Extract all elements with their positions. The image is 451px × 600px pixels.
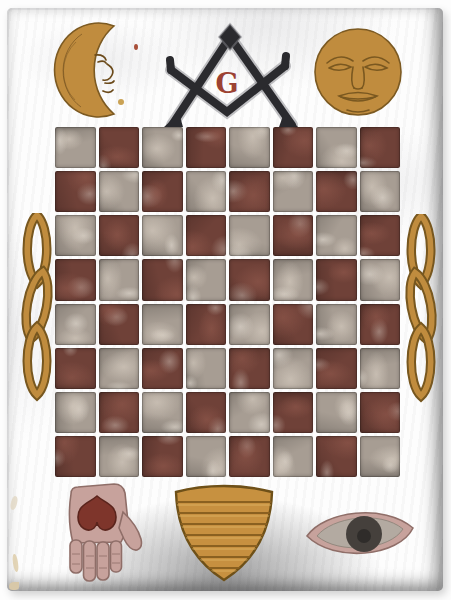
game-board-plaque: G [7, 8, 443, 591]
board-square[interactable] [186, 392, 227, 433]
board-square[interactable] [55, 171, 96, 212]
board-square[interactable] [229, 259, 270, 300]
crescent-moon-icon [52, 20, 130, 120]
board-square[interactable] [229, 171, 270, 212]
board-square[interactable] [316, 436, 357, 477]
board-square[interactable] [142, 348, 183, 389]
board-square[interactable] [55, 304, 96, 345]
board-square[interactable] [99, 348, 140, 389]
board-square[interactable] [273, 215, 314, 256]
board-square[interactable] [273, 259, 314, 300]
board-square[interactable] [273, 304, 314, 345]
board-square[interactable] [99, 392, 140, 433]
photo-canvas: G [0, 0, 451, 600]
board-square[interactable] [55, 392, 96, 433]
board-square[interactable] [142, 304, 183, 345]
board-square[interactable] [360, 436, 401, 477]
board-square[interactable] [229, 348, 270, 389]
board-square[interactable] [273, 171, 314, 212]
wear-mark [134, 44, 138, 50]
moon-face-lines [95, 55, 114, 92]
board-square[interactable] [360, 127, 401, 168]
board-square[interactable] [229, 436, 270, 477]
board-square[interactable] [55, 436, 96, 477]
board-square[interactable] [273, 127, 314, 168]
board-square[interactable] [99, 215, 140, 256]
wear-mark [9, 495, 18, 510]
board-square[interactable] [99, 171, 140, 212]
chain-three-links-icon [15, 213, 59, 403]
board-square[interactable] [273, 392, 314, 433]
checkerboard [55, 127, 400, 477]
board-square[interactable] [186, 259, 227, 300]
board-square[interactable] [186, 127, 227, 168]
board-square[interactable] [316, 215, 357, 256]
full-moon-face-icon [313, 27, 403, 117]
board-square[interactable] [316, 304, 357, 345]
board-square[interactable] [360, 392, 401, 433]
board-square[interactable] [316, 348, 357, 389]
board-square[interactable] [229, 127, 270, 168]
board-square[interactable] [360, 171, 401, 212]
wear-mark [12, 554, 19, 573]
board-square[interactable] [360, 215, 401, 256]
board-square[interactable] [186, 171, 227, 212]
board-square[interactable] [55, 348, 96, 389]
heart-in-hand-icon [57, 480, 143, 584]
board-square[interactable] [142, 127, 183, 168]
board-square[interactable] [316, 259, 357, 300]
board-square[interactable] [360, 348, 401, 389]
board-square[interactable] [229, 304, 270, 345]
board-square[interactable] [142, 259, 183, 300]
board-square[interactable] [273, 436, 314, 477]
board-square[interactable] [99, 127, 140, 168]
eye-pupil [357, 529, 371, 543]
board-square[interactable] [55, 127, 96, 168]
board-square[interactable] [360, 304, 401, 345]
beehive-shield-icon [170, 482, 278, 584]
board-square[interactable] [186, 348, 227, 389]
moon-disc [315, 29, 401, 115]
board-square[interactable] [142, 392, 183, 433]
board-square[interactable] [99, 436, 140, 477]
board-square[interactable] [142, 171, 183, 212]
board-square[interactable] [229, 392, 270, 433]
board-square[interactable] [186, 436, 227, 477]
chain-three-links-icon [399, 214, 443, 404]
board-square[interactable] [99, 259, 140, 300]
letter-g: G [215, 68, 238, 99]
board-square[interactable] [316, 392, 357, 433]
board-square[interactable] [142, 436, 183, 477]
board-square[interactable] [55, 215, 96, 256]
board-square[interactable] [55, 259, 96, 300]
board-square[interactable] [360, 259, 401, 300]
board-square[interactable] [229, 215, 270, 256]
hand-shape [69, 484, 141, 581]
all-seeing-eye-icon [304, 500, 416, 566]
board-square[interactable] [142, 215, 183, 256]
board-square[interactable] [316, 127, 357, 168]
board-square[interactable] [186, 304, 227, 345]
shield-body [176, 486, 272, 580]
wear-mark [9, 582, 19, 590]
board-square[interactable] [186, 215, 227, 256]
board-square[interactable] [273, 348, 314, 389]
board-square[interactable] [316, 171, 357, 212]
square-compass-icon: G [157, 21, 299, 135]
board-square[interactable] [99, 304, 140, 345]
